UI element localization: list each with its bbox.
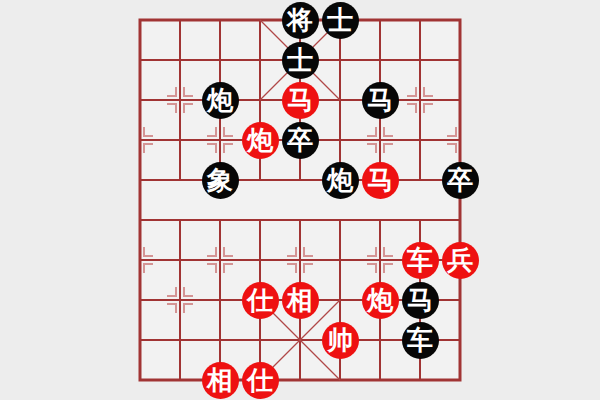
board-point: 仕 <box>240 360 280 400</box>
piece-black-advisor[interactable]: 士 <box>322 2 359 39</box>
board-point: 马 <box>360 160 400 200</box>
piece-black-cannon[interactable]: 炮 <box>322 162 359 199</box>
board-point: 士 <box>280 40 320 80</box>
board-point: 车 <box>400 320 440 360</box>
piece-red-horse[interactable]: 马 <box>282 82 319 119</box>
piece-red-horse[interactable]: 马 <box>362 162 399 199</box>
board-point: 相 <box>280 280 320 320</box>
piece-black-soldier[interactable]: 卒 <box>282 122 319 159</box>
piece-black-elephant[interactable]: 象 <box>202 162 239 199</box>
piece-black-cannon[interactable]: 炮 <box>202 82 239 119</box>
board-point: 士 <box>320 0 360 40</box>
piece-red-cannon[interactable]: 炮 <box>242 122 279 159</box>
piece-red-elephant[interactable]: 相 <box>202 362 239 399</box>
piece-red-soldier[interactable]: 兵 <box>442 242 479 279</box>
piece-black-advisor[interactable]: 士 <box>282 42 319 79</box>
piece-black-horse[interactable]: 马 <box>362 82 399 119</box>
piece-red-advisor[interactable]: 仕 <box>242 282 279 319</box>
board-point: 仕 <box>240 280 280 320</box>
piece-red-elephant[interactable]: 相 <box>282 282 319 319</box>
board-point: 马 <box>360 80 400 120</box>
piece-red-chariot[interactable]: 车 <box>402 242 439 279</box>
xiangqi-app: 将士士炮马马炮卒象炮马卒车兵仕相炮马帅车相仕 <box>0 0 600 400</box>
board-point: 炮 <box>360 280 400 320</box>
board-point: 马 <box>400 280 440 320</box>
board-point: 马 <box>280 80 320 120</box>
piece-red-advisor[interactable]: 仕 <box>242 362 279 399</box>
board-point: 帅 <box>320 320 360 360</box>
board-point: 将 <box>280 0 320 40</box>
board-point: 炮 <box>240 120 280 160</box>
board-point: 相 <box>200 360 240 400</box>
board-point: 象 <box>200 160 240 200</box>
board-point: 炮 <box>200 80 240 120</box>
piece-red-cannon[interactable]: 炮 <box>362 282 399 319</box>
board-point: 车 <box>400 240 440 280</box>
piece-red-general[interactable]: 帅 <box>322 322 359 359</box>
piece-black-chariot[interactable]: 车 <box>402 322 439 359</box>
piece-black-horse[interactable]: 马 <box>402 282 439 319</box>
piece-black-soldier[interactable]: 卒 <box>442 162 479 199</box>
pieces-layer: 将士士炮马马炮卒象炮马卒车兵仕相炮马帅车相仕 <box>120 0 480 400</box>
board-point: 兵 <box>440 240 480 280</box>
board-point: 炮 <box>320 160 360 200</box>
board-point: 卒 <box>280 120 320 160</box>
board-point: 卒 <box>440 160 480 200</box>
piece-black-general[interactable]: 将 <box>282 2 319 39</box>
